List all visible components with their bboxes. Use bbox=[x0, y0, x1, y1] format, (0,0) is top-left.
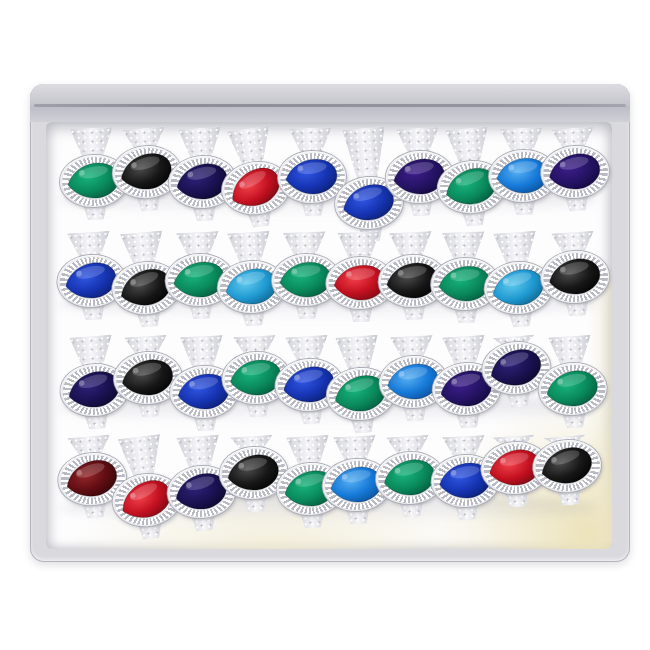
jewelry-box-photo bbox=[0, 0, 650, 650]
gem-stone-black bbox=[534, 437, 601, 495]
gem-stone-black bbox=[543, 250, 607, 304]
ring-bezel bbox=[540, 249, 611, 305]
ring bbox=[529, 433, 614, 589]
ring-bezel bbox=[537, 361, 608, 417]
ring-bezel bbox=[540, 144, 611, 200]
gem-stone-green bbox=[541, 362, 605, 416]
ring-bezel bbox=[531, 437, 603, 495]
rings-layer bbox=[0, 0, 650, 650]
gem-stone-indigo bbox=[543, 145, 607, 199]
